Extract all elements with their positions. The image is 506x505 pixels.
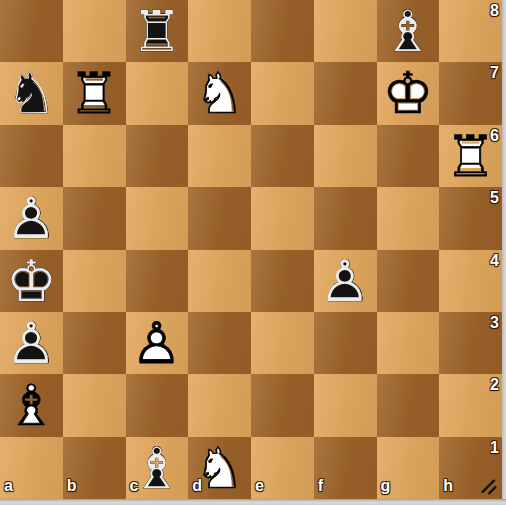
square-e4[interactable]	[251, 250, 314, 312]
black-pawn-outline: ♙	[0, 312, 63, 374]
square-c4[interactable]	[126, 250, 189, 312]
rank-label-7: 7	[490, 65, 499, 81]
white-rook[interactable]: ♜♖	[63, 62, 126, 124]
square-b7[interactable]: ♜♖	[63, 62, 126, 124]
black-knight[interactable]: ♞♘	[0, 62, 63, 124]
square-c8[interactable]: ♜♖	[126, 0, 189, 62]
black-bishop-outline: ♗	[377, 0, 440, 62]
square-g3[interactable]	[377, 312, 440, 374]
square-b5[interactable]	[63, 187, 126, 249]
square-f2[interactable]	[314, 374, 377, 436]
square-g8[interactable]: ♝♗	[377, 0, 440, 62]
square-b4[interactable]	[63, 250, 126, 312]
white-knight[interactable]: ♞♘	[188, 437, 251, 499]
square-g5[interactable]	[377, 187, 440, 249]
white-pawn-outline: ♙	[126, 312, 189, 374]
square-b8[interactable]	[63, 0, 126, 62]
square-c5[interactable]	[126, 187, 189, 249]
square-f8[interactable]	[314, 0, 377, 62]
black-rook[interactable]: ♜♖	[126, 0, 189, 62]
rank-label-1: 1	[490, 440, 499, 456]
square-f4[interactable]: ♟♙	[314, 250, 377, 312]
square-g4[interactable]	[377, 250, 440, 312]
black-pawn[interactable]: ♟♙	[0, 187, 63, 249]
square-d3[interactable]	[188, 312, 251, 374]
square-e8[interactable]	[251, 0, 314, 62]
square-g6[interactable]	[377, 125, 440, 187]
rank-label-4: 4	[490, 253, 499, 269]
square-a3[interactable]: ♟♙	[0, 312, 63, 374]
black-bishop-outline: ♗	[126, 437, 189, 499]
file-label-a: a	[4, 478, 13, 494]
chess-board-window: ♜♖♝♗♞♘♜♖♞♘♚♔♜♖♟♙♚♔♟♙♟♙♟♙♝♗♝♗♞♘abcdefgh12…	[0, 0, 506, 505]
square-b6[interactable]	[63, 125, 126, 187]
rank-label-8: 8	[490, 3, 499, 19]
square-a8[interactable]	[0, 0, 63, 62]
white-king-outline: ♔	[377, 62, 440, 124]
file-label-b: b	[67, 478, 77, 494]
black-pawn-outline: ♙	[314, 250, 377, 312]
square-c1[interactable]: ♝♗	[126, 437, 189, 499]
white-rook-outline: ♖	[63, 62, 126, 124]
file-label-h: h	[443, 478, 453, 494]
white-rook-outline: ♖	[439, 125, 502, 187]
white-knight[interactable]: ♞♘	[188, 62, 251, 124]
square-e6[interactable]	[251, 125, 314, 187]
black-rook-outline: ♖	[126, 0, 189, 62]
square-d2[interactable]	[188, 374, 251, 436]
square-g7[interactable]: ♚♔	[377, 62, 440, 124]
white-bishop-outline: ♗	[0, 374, 63, 436]
black-pawn[interactable]: ♟♙	[0, 312, 63, 374]
file-label-f: f	[318, 478, 323, 494]
white-rook[interactable]: ♜♖	[439, 125, 502, 187]
square-f6[interactable]	[314, 125, 377, 187]
square-g2[interactable]	[377, 374, 440, 436]
window-edge-right	[502, 0, 506, 505]
black-pawn[interactable]: ♟♙	[314, 250, 377, 312]
square-d4[interactable]	[188, 250, 251, 312]
white-knight-outline: ♘	[188, 437, 251, 499]
square-e2[interactable]	[251, 374, 314, 436]
square-e5[interactable]	[251, 187, 314, 249]
square-d5[interactable]	[188, 187, 251, 249]
white-pawn[interactable]: ♟♙	[126, 312, 189, 374]
rank-label-2: 2	[490, 377, 499, 393]
square-f7[interactable]	[314, 62, 377, 124]
square-d1[interactable]: ♞♘	[188, 437, 251, 499]
square-c6[interactable]	[126, 125, 189, 187]
square-a7[interactable]: ♞♘	[0, 62, 63, 124]
white-knight-outline: ♘	[188, 62, 251, 124]
square-a2[interactable]: ♝♗	[0, 374, 63, 436]
square-c3[interactable]: ♟♙	[126, 312, 189, 374]
square-h6[interactable]: ♜♖	[439, 125, 502, 187]
window-edge-bottom	[0, 499, 506, 505]
rank-label-5: 5	[490, 190, 499, 206]
square-f5[interactable]	[314, 187, 377, 249]
file-label-e: e	[255, 478, 264, 494]
square-b2[interactable]	[63, 374, 126, 436]
black-king-outline: ♔	[0, 250, 63, 312]
square-a4[interactable]: ♚♔	[0, 250, 63, 312]
square-f3[interactable]	[314, 312, 377, 374]
square-f1[interactable]	[314, 437, 377, 499]
chess-board: ♜♖♝♗♞♘♜♖♞♘♚♔♜♖♟♙♚♔♟♙♟♙♟♙♝♗♝♗♞♘abcdefgh12…	[0, 0, 502, 499]
square-d8[interactable]	[188, 0, 251, 62]
file-label-g: g	[381, 478, 391, 494]
square-c7[interactable]	[126, 62, 189, 124]
square-d7[interactable]: ♞♘	[188, 62, 251, 124]
square-c2[interactable]	[126, 374, 189, 436]
resize-handle-icon[interactable]	[480, 478, 497, 495]
square-d6[interactable]	[188, 125, 251, 187]
square-e3[interactable]	[251, 312, 314, 374]
white-bishop[interactable]: ♝♗	[0, 374, 63, 436]
rank-label-3: 3	[490, 315, 499, 331]
square-a6[interactable]	[0, 125, 63, 187]
black-bishop[interactable]: ♝♗	[377, 0, 440, 62]
black-knight-outline: ♘	[0, 62, 63, 124]
black-pawn-outline: ♙	[0, 187, 63, 249]
square-e7[interactable]	[251, 62, 314, 124]
black-king[interactable]: ♚♔	[0, 250, 63, 312]
black-bishop[interactable]: ♝♗	[126, 437, 189, 499]
white-king[interactable]: ♚♔	[377, 62, 440, 124]
square-a5[interactable]: ♟♙	[0, 187, 63, 249]
square-b3[interactable]	[63, 312, 126, 374]
